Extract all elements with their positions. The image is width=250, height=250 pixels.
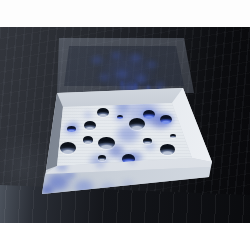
photo-area [0,27,250,223]
pit-9 [98,137,115,150]
lid-dye-mark [110,51,122,60]
pit-5 [160,115,172,124]
pit-13 [160,144,175,155]
lid-dye-mark [146,60,158,69]
pit-3 [67,126,76,132]
photo-canvas [0,0,250,250]
pit-10 [98,155,106,161]
pit-14 [170,134,175,138]
letterbox-top [0,0,250,27]
pit-15 [117,115,123,120]
lid-dye-mark [98,73,110,82]
pit-7 [60,142,76,154]
pit-1 [97,108,109,117]
letterbox-bottom [0,223,250,250]
pit-12 [143,138,152,145]
pit-4 [143,110,155,119]
pit-2 [84,121,96,130]
pit-6 [129,118,145,130]
pit-8 [83,136,93,143]
